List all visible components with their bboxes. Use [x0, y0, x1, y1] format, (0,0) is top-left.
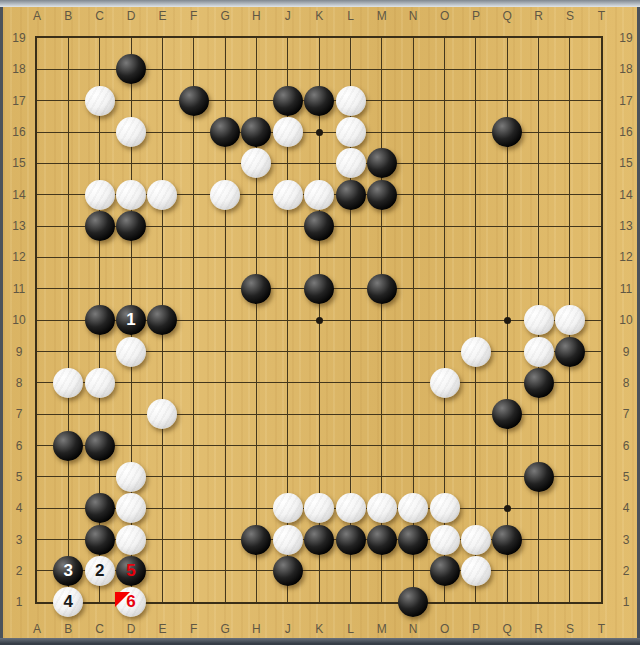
- intersection-J19[interactable]: [272, 22, 303, 53]
- intersection-A17[interactable]: [21, 85, 52, 116]
- intersection-S9[interactable]: [554, 336, 585, 367]
- intersection-P7[interactable]: [460, 398, 491, 429]
- intersection-F2[interactable]: [178, 555, 209, 586]
- intersection-B17[interactable]: [53, 85, 84, 116]
- intersection-F14[interactable]: [178, 179, 209, 210]
- intersection-R5[interactable]: [523, 461, 554, 492]
- intersection-H16[interactable]: [241, 116, 272, 147]
- intersection-Q6[interactable]: [491, 430, 522, 461]
- intersection-G16[interactable]: [209, 116, 240, 147]
- intersection-B11[interactable]: [53, 273, 84, 304]
- intersection-N15[interactable]: [397, 148, 428, 179]
- intersection-G1[interactable]: [209, 587, 240, 618]
- intersection-O11[interactable]: [429, 273, 460, 304]
- intersection-E16[interactable]: [147, 116, 178, 147]
- intersection-A3[interactable]: [21, 524, 52, 555]
- intersection-C2[interactable]: [84, 555, 115, 586]
- intersection-H12[interactable]: [241, 242, 272, 273]
- intersection-M17[interactable]: [366, 85, 397, 116]
- intersection-P2[interactable]: [460, 555, 491, 586]
- intersection-H18[interactable]: [241, 54, 272, 85]
- intersection-M7[interactable]: [366, 398, 397, 429]
- intersection-L7[interactable]: [335, 398, 366, 429]
- intersection-D16[interactable]: [115, 116, 146, 147]
- intersection-O6[interactable]: [429, 430, 460, 461]
- intersection-G7[interactable]: [209, 398, 240, 429]
- intersection-G6[interactable]: [209, 430, 240, 461]
- intersection-E4[interactable]: [147, 492, 178, 523]
- intersection-T9[interactable]: [586, 336, 617, 367]
- intersection-R7[interactable]: [523, 398, 554, 429]
- intersection-T1[interactable]: [586, 587, 617, 618]
- intersection-L13[interactable]: [335, 210, 366, 241]
- intersection-S12[interactable]: [554, 242, 585, 273]
- intersection-E18[interactable]: [147, 54, 178, 85]
- intersection-G15[interactable]: [209, 148, 240, 179]
- intersection-P15[interactable]: [460, 148, 491, 179]
- intersection-H3[interactable]: [241, 524, 272, 555]
- intersection-F1[interactable]: [178, 587, 209, 618]
- intersection-R12[interactable]: [523, 242, 554, 273]
- intersection-N18[interactable]: [397, 54, 428, 85]
- intersection-M18[interactable]: [366, 54, 397, 85]
- intersection-Q15[interactable]: [491, 148, 522, 179]
- intersection-G4[interactable]: [209, 492, 240, 523]
- intersection-F16[interactable]: [178, 116, 209, 147]
- intersection-F19[interactable]: [178, 22, 209, 53]
- intersection-B19[interactable]: [53, 22, 84, 53]
- intersection-S3[interactable]: [554, 524, 585, 555]
- intersection-A5[interactable]: [21, 461, 52, 492]
- intersection-L19[interactable]: [335, 22, 366, 53]
- intersection-L10[interactable]: [335, 304, 366, 335]
- intersection-T10[interactable]: [586, 304, 617, 335]
- intersection-A4[interactable]: [21, 492, 52, 523]
- intersection-Q12[interactable]: [491, 242, 522, 273]
- intersection-P11[interactable]: [460, 273, 491, 304]
- intersection-H14[interactable]: [241, 179, 272, 210]
- intersection-M1[interactable]: [366, 587, 397, 618]
- intersection-S7[interactable]: [554, 398, 585, 429]
- intersection-R1[interactable]: [523, 587, 554, 618]
- intersection-K16[interactable]: [303, 116, 334, 147]
- intersection-K19[interactable]: [303, 22, 334, 53]
- intersection-O18[interactable]: [429, 54, 460, 85]
- intersection-M5[interactable]: [366, 461, 397, 492]
- intersection-R17[interactable]: [523, 85, 554, 116]
- intersection-E15[interactable]: [147, 148, 178, 179]
- intersection-T5[interactable]: [586, 461, 617, 492]
- intersection-K2[interactable]: [303, 555, 334, 586]
- intersection-J12[interactable]: [272, 242, 303, 273]
- intersection-R11[interactable]: [523, 273, 554, 304]
- intersection-Q17[interactable]: [491, 85, 522, 116]
- intersection-F6[interactable]: [178, 430, 209, 461]
- intersection-P6[interactable]: [460, 430, 491, 461]
- intersection-D8[interactable]: [115, 367, 146, 398]
- intersection-O4[interactable]: [429, 492, 460, 523]
- intersection-M2[interactable]: [366, 555, 397, 586]
- intersection-F4[interactable]: [178, 492, 209, 523]
- intersection-E10[interactable]: [147, 304, 178, 335]
- intersection-K12[interactable]: [303, 242, 334, 273]
- intersection-D6[interactable]: [115, 430, 146, 461]
- intersection-Q19[interactable]: [491, 22, 522, 53]
- intersection-O19[interactable]: [429, 22, 460, 53]
- intersection-O7[interactable]: [429, 398, 460, 429]
- intersection-T15[interactable]: [586, 148, 617, 179]
- intersection-O5[interactable]: [429, 461, 460, 492]
- intersection-A15[interactable]: [21, 148, 52, 179]
- intersection-R16[interactable]: [523, 116, 554, 147]
- intersection-R18[interactable]: [523, 54, 554, 85]
- intersection-G18[interactable]: [209, 54, 240, 85]
- intersection-F15[interactable]: [178, 148, 209, 179]
- intersection-R14[interactable]: [523, 179, 554, 210]
- intersection-H7[interactable]: [241, 398, 272, 429]
- intersection-D14[interactable]: [115, 179, 146, 210]
- intersection-C1[interactable]: [84, 587, 115, 618]
- intersection-K7[interactable]: [303, 398, 334, 429]
- intersection-H11[interactable]: [241, 273, 272, 304]
- intersection-H19[interactable]: [241, 22, 272, 53]
- intersection-N5[interactable]: [397, 461, 428, 492]
- intersection-J4[interactable]: [272, 492, 303, 523]
- intersection-O2[interactable]: [429, 555, 460, 586]
- intersection-F17[interactable]: [178, 85, 209, 116]
- intersection-T19[interactable]: [586, 22, 617, 53]
- intersection-G11[interactable]: [209, 273, 240, 304]
- intersection-D1[interactable]: [115, 587, 146, 618]
- intersection-G10[interactable]: [209, 304, 240, 335]
- intersection-A11[interactable]: [21, 273, 52, 304]
- intersection-A19[interactable]: [21, 22, 52, 53]
- intersection-H10[interactable]: [241, 304, 272, 335]
- intersection-A12[interactable]: [21, 242, 52, 273]
- intersection-B1[interactable]: [53, 587, 84, 618]
- intersection-B3[interactable]: [53, 524, 84, 555]
- intersection-C14[interactable]: [84, 179, 115, 210]
- intersection-A10[interactable]: [21, 304, 52, 335]
- intersection-P16[interactable]: [460, 116, 491, 147]
- intersection-Q4[interactable]: [491, 492, 522, 523]
- intersection-D17[interactable]: [115, 85, 146, 116]
- intersection-C9[interactable]: [84, 336, 115, 367]
- intersection-R6[interactable]: [523, 430, 554, 461]
- intersection-D19[interactable]: [115, 22, 146, 53]
- intersection-M11[interactable]: [366, 273, 397, 304]
- intersection-C13[interactable]: [84, 210, 115, 241]
- intersection-N8[interactable]: [397, 367, 428, 398]
- intersection-D3[interactable]: [115, 524, 146, 555]
- intersection-S18[interactable]: [554, 54, 585, 85]
- intersection-K11[interactable]: [303, 273, 334, 304]
- intersection-C12[interactable]: [84, 242, 115, 273]
- intersection-A8[interactable]: [21, 367, 52, 398]
- intersection-P5[interactable]: [460, 461, 491, 492]
- intersection-R10[interactable]: [523, 304, 554, 335]
- intersection-K14[interactable]: [303, 179, 334, 210]
- intersection-L1[interactable]: [335, 587, 366, 618]
- intersection-N12[interactable]: [397, 242, 428, 273]
- intersection-K5[interactable]: [303, 461, 334, 492]
- intersection-S19[interactable]: [554, 22, 585, 53]
- intersection-G8[interactable]: [209, 367, 240, 398]
- intersection-E19[interactable]: [147, 22, 178, 53]
- intersection-H17[interactable]: [241, 85, 272, 116]
- intersection-G2[interactable]: [209, 555, 240, 586]
- intersection-N6[interactable]: [397, 430, 428, 461]
- intersection-D18[interactable]: [115, 54, 146, 85]
- intersection-P1[interactable]: [460, 587, 491, 618]
- intersection-R3[interactable]: [523, 524, 554, 555]
- intersection-N3[interactable]: [397, 524, 428, 555]
- intersection-K18[interactable]: [303, 54, 334, 85]
- intersection-J1[interactable]: [272, 587, 303, 618]
- intersection-Q13[interactable]: [491, 210, 522, 241]
- intersection-C8[interactable]: [84, 367, 115, 398]
- intersection-T17[interactable]: [586, 85, 617, 116]
- intersection-M3[interactable]: [366, 524, 397, 555]
- intersection-B13[interactable]: [53, 210, 84, 241]
- intersection-S1[interactable]: [554, 587, 585, 618]
- intersection-N16[interactable]: [397, 116, 428, 147]
- intersection-B9[interactable]: [53, 336, 84, 367]
- intersection-M16[interactable]: [366, 116, 397, 147]
- intersection-S5[interactable]: [554, 461, 585, 492]
- intersection-A1[interactable]: [21, 587, 52, 618]
- intersection-R2[interactable]: [523, 555, 554, 586]
- intersection-F11[interactable]: [178, 273, 209, 304]
- intersection-T8[interactable]: [586, 367, 617, 398]
- intersection-C4[interactable]: [84, 492, 115, 523]
- intersection-B6[interactable]: [53, 430, 84, 461]
- intersection-B16[interactable]: [53, 116, 84, 147]
- intersection-D11[interactable]: [115, 273, 146, 304]
- intersection-J5[interactable]: [272, 461, 303, 492]
- intersection-E1[interactable]: [147, 587, 178, 618]
- intersection-M9[interactable]: [366, 336, 397, 367]
- intersection-L18[interactable]: [335, 54, 366, 85]
- intersection-N10[interactable]: [397, 304, 428, 335]
- intersection-H4[interactable]: [241, 492, 272, 523]
- intersection-K17[interactable]: [303, 85, 334, 116]
- intersection-J18[interactable]: [272, 54, 303, 85]
- intersection-S17[interactable]: [554, 85, 585, 116]
- intersection-F3[interactable]: [178, 524, 209, 555]
- intersection-G12[interactable]: [209, 242, 240, 273]
- intersection-F12[interactable]: [178, 242, 209, 273]
- intersection-J3[interactable]: [272, 524, 303, 555]
- intersection-S10[interactable]: [554, 304, 585, 335]
- intersection-C10[interactable]: [84, 304, 115, 335]
- intersection-Q3[interactable]: [491, 524, 522, 555]
- intersection-D10[interactable]: [115, 304, 146, 335]
- intersection-P19[interactable]: [460, 22, 491, 53]
- intersection-A18[interactable]: [21, 54, 52, 85]
- intersection-B7[interactable]: [53, 398, 84, 429]
- intersection-K1[interactable]: [303, 587, 334, 618]
- intersection-D9[interactable]: [115, 336, 146, 367]
- intersection-M15[interactable]: [366, 148, 397, 179]
- intersection-P12[interactable]: [460, 242, 491, 273]
- intersection-N14[interactable]: [397, 179, 428, 210]
- intersection-B4[interactable]: [53, 492, 84, 523]
- intersection-P9[interactable]: [460, 336, 491, 367]
- intersection-A6[interactable]: [21, 430, 52, 461]
- intersection-R15[interactable]: [523, 148, 554, 179]
- intersection-L16[interactable]: [335, 116, 366, 147]
- intersection-K15[interactable]: [303, 148, 334, 179]
- intersection-C16[interactable]: [84, 116, 115, 147]
- intersection-D12[interactable]: [115, 242, 146, 273]
- intersection-F18[interactable]: [178, 54, 209, 85]
- intersection-E11[interactable]: [147, 273, 178, 304]
- intersection-D15[interactable]: [115, 148, 146, 179]
- intersection-L6[interactable]: [335, 430, 366, 461]
- intersection-O10[interactable]: [429, 304, 460, 335]
- intersection-J14[interactable]: [272, 179, 303, 210]
- intersection-L11[interactable]: [335, 273, 366, 304]
- intersection-T12[interactable]: [586, 242, 617, 273]
- intersection-K8[interactable]: [303, 367, 334, 398]
- intersection-K3[interactable]: [303, 524, 334, 555]
- intersection-F10[interactable]: [178, 304, 209, 335]
- intersection-T6[interactable]: [586, 430, 617, 461]
- intersection-R19[interactable]: [523, 22, 554, 53]
- intersection-N2[interactable]: [397, 555, 428, 586]
- intersection-M8[interactable]: [366, 367, 397, 398]
- intersection-A16[interactable]: [21, 116, 52, 147]
- intersection-D13[interactable]: [115, 210, 146, 241]
- intersection-P13[interactable]: [460, 210, 491, 241]
- intersection-O14[interactable]: [429, 179, 460, 210]
- intersection-J8[interactable]: [272, 367, 303, 398]
- intersection-M4[interactable]: [366, 492, 397, 523]
- intersection-A7[interactable]: [21, 398, 52, 429]
- intersection-Q8[interactable]: [491, 367, 522, 398]
- intersection-J11[interactable]: [272, 273, 303, 304]
- intersection-H6[interactable]: [241, 430, 272, 461]
- intersection-P10[interactable]: [460, 304, 491, 335]
- intersection-R4[interactable]: [523, 492, 554, 523]
- intersection-B10[interactable]: [53, 304, 84, 335]
- intersection-D2[interactable]: [115, 555, 146, 586]
- intersection-E12[interactable]: [147, 242, 178, 273]
- intersection-P18[interactable]: [460, 54, 491, 85]
- intersection-L14[interactable]: [335, 179, 366, 210]
- intersection-L8[interactable]: [335, 367, 366, 398]
- intersection-F8[interactable]: [178, 367, 209, 398]
- intersection-G13[interactable]: [209, 210, 240, 241]
- intersection-L2[interactable]: [335, 555, 366, 586]
- intersection-B14[interactable]: [53, 179, 84, 210]
- intersection-R13[interactable]: [523, 210, 554, 241]
- intersection-S6[interactable]: [554, 430, 585, 461]
- intersection-Q2[interactable]: [491, 555, 522, 586]
- intersection-C7[interactable]: [84, 398, 115, 429]
- intersection-E6[interactable]: [147, 430, 178, 461]
- intersection-H8[interactable]: [241, 367, 272, 398]
- intersection-O15[interactable]: [429, 148, 460, 179]
- intersection-N7[interactable]: [397, 398, 428, 429]
- intersection-M6[interactable]: [366, 430, 397, 461]
- intersection-S8[interactable]: [554, 367, 585, 398]
- intersection-H9[interactable]: [241, 336, 272, 367]
- intersection-D4[interactable]: [115, 492, 146, 523]
- intersection-B12[interactable]: [53, 242, 84, 273]
- intersection-H2[interactable]: [241, 555, 272, 586]
- intersection-A13[interactable]: [21, 210, 52, 241]
- intersection-F13[interactable]: [178, 210, 209, 241]
- intersection-K13[interactable]: [303, 210, 334, 241]
- intersection-B5[interactable]: [53, 461, 84, 492]
- intersection-J13[interactable]: [272, 210, 303, 241]
- intersection-L5[interactable]: [335, 461, 366, 492]
- intersection-C15[interactable]: [84, 148, 115, 179]
- intersection-N1[interactable]: [397, 587, 428, 618]
- intersection-E13[interactable]: [147, 210, 178, 241]
- intersection-N4[interactable]: [397, 492, 428, 523]
- intersection-E3[interactable]: [147, 524, 178, 555]
- intersection-P3[interactable]: [460, 524, 491, 555]
- go-board[interactable]: AABBCCDDEEFFGGHHJJKKLLMMNNOOPPQQRRSSTT19…: [3, 7, 637, 638]
- intersection-S11[interactable]: [554, 273, 585, 304]
- intersection-Q18[interactable]: [491, 54, 522, 85]
- intersection-G19[interactable]: [209, 22, 240, 53]
- intersection-N13[interactable]: [397, 210, 428, 241]
- intersection-H13[interactable]: [241, 210, 272, 241]
- intersection-B18[interactable]: [53, 54, 84, 85]
- intersection-J6[interactable]: [272, 430, 303, 461]
- intersection-F7[interactable]: [178, 398, 209, 429]
- intersection-C5[interactable]: [84, 461, 115, 492]
- intersection-A14[interactable]: [21, 179, 52, 210]
- intersection-N17[interactable]: [397, 85, 428, 116]
- intersection-T11[interactable]: [586, 273, 617, 304]
- intersection-H15[interactable]: [241, 148, 272, 179]
- intersection-P8[interactable]: [460, 367, 491, 398]
- intersection-C6[interactable]: [84, 430, 115, 461]
- intersection-B8[interactable]: [53, 367, 84, 398]
- intersection-M10[interactable]: [366, 304, 397, 335]
- intersection-A2[interactable]: [21, 555, 52, 586]
- intersection-Q11[interactable]: [491, 273, 522, 304]
- intersection-N11[interactable]: [397, 273, 428, 304]
- intersection-Q1[interactable]: [491, 587, 522, 618]
- intersection-T18[interactable]: [586, 54, 617, 85]
- intersection-O9[interactable]: [429, 336, 460, 367]
- intersection-P14[interactable]: [460, 179, 491, 210]
- intersection-J9[interactable]: [272, 336, 303, 367]
- intersection-K4[interactable]: [303, 492, 334, 523]
- intersection-G3[interactable]: [209, 524, 240, 555]
- intersection-S16[interactable]: [554, 116, 585, 147]
- intersection-J15[interactable]: [272, 148, 303, 179]
- intersection-O13[interactable]: [429, 210, 460, 241]
- intersection-C11[interactable]: [84, 273, 115, 304]
- intersection-M12[interactable]: [366, 242, 397, 273]
- intersection-C17[interactable]: [84, 85, 115, 116]
- intersection-J2[interactable]: [272, 555, 303, 586]
- intersection-R9[interactable]: [523, 336, 554, 367]
- intersection-L12[interactable]: [335, 242, 366, 273]
- intersection-O8[interactable]: [429, 367, 460, 398]
- intersection-S14[interactable]: [554, 179, 585, 210]
- intersection-M13[interactable]: [366, 210, 397, 241]
- intersection-L15[interactable]: [335, 148, 366, 179]
- intersection-Q7[interactable]: [491, 398, 522, 429]
